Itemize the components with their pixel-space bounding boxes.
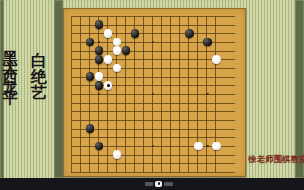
white-label: 白 [31, 39, 48, 55]
white-player-column: 白绝艺 [30, 39, 49, 87]
white-stone [212, 142, 221, 151]
hoshi-point [206, 93, 208, 95]
tatami-edge-right [295, 0, 304, 178]
black-stone [131, 29, 140, 38]
white-stone [104, 81, 113, 90]
white-stone [194, 142, 203, 151]
white-stone [212, 55, 221, 64]
time-text-right [164, 182, 173, 186]
white-player-name: 绝艺 [31, 55, 48, 87]
black-stone [203, 38, 212, 47]
black-stone [185, 29, 194, 38]
black-stone [86, 72, 95, 81]
pause-icon [158, 182, 160, 185]
white-stone [104, 29, 113, 38]
tatami-edge-middle [54, 0, 63, 178]
hoshi-point [206, 145, 208, 147]
play-pause-button[interactable] [155, 181, 162, 187]
last-move-marker [107, 84, 110, 87]
black-player-column: 黑大西龙平 [1, 38, 19, 88]
black-stone [95, 55, 104, 64]
black-stone [95, 20, 104, 29]
black-stone [95, 81, 104, 90]
video-control-bar [0, 178, 304, 190]
black-player-name: 大西龙平 [2, 48, 19, 88]
video-frame: 黑大西龙平 白绝艺 徐老师围棋教室 [0, 0, 304, 190]
watermark-text: 徐老师围棋教室 [248, 154, 303, 166]
black-label: 黑 [2, 38, 19, 48]
tatami-edge-left [0, 0, 4, 178]
time-text-left [145, 182, 153, 186]
go-board [63, 8, 246, 177]
white-stone [104, 55, 113, 64]
